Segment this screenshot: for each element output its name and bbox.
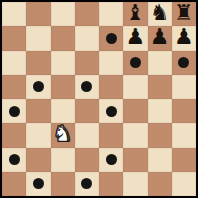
square-c3[interactable]: ♞ — [51, 123, 75, 147]
square-h8[interactable]: ♜ — [172, 2, 196, 26]
move-dot-e4[interactable] — [106, 106, 117, 117]
square-d3[interactable] — [75, 123, 99, 147]
square-d1[interactable] — [75, 172, 99, 196]
square-e1[interactable] — [99, 172, 123, 196]
move-dot-a2[interactable] — [9, 154, 20, 165]
square-g7[interactable]: ♟ — [148, 26, 172, 50]
square-c8[interactable] — [51, 2, 75, 26]
square-d4[interactable] — [75, 99, 99, 123]
square-d8[interactable] — [75, 2, 99, 26]
square-c5[interactable] — [51, 75, 75, 99]
square-b3[interactable] — [26, 123, 50, 147]
square-h1[interactable] — [172, 172, 196, 196]
square-d5[interactable] — [75, 75, 99, 99]
square-f4[interactable] — [123, 99, 147, 123]
square-e3[interactable] — [99, 123, 123, 147]
square-b4[interactable] — [26, 99, 50, 123]
square-b7[interactable] — [26, 26, 50, 50]
black-knight-piece[interactable]: ♞ — [150, 2, 170, 24]
square-d2[interactable] — [75, 148, 99, 172]
square-h4[interactable] — [172, 99, 196, 123]
square-b6[interactable] — [26, 51, 50, 75]
square-a3[interactable] — [2, 123, 26, 147]
black-bishop-piece[interactable]: ♝ — [126, 2, 146, 24]
square-e4[interactable] — [99, 99, 123, 123]
square-g1[interactable] — [148, 172, 172, 196]
square-h7[interactable]: ♟ — [172, 26, 196, 50]
square-a1[interactable] — [2, 172, 26, 196]
square-e2[interactable] — [99, 148, 123, 172]
black-rook-piece[interactable]: ♜ — [174, 2, 194, 24]
square-c4[interactable] — [51, 99, 75, 123]
move-dot-h6[interactable] — [178, 57, 189, 68]
square-a6[interactable] — [2, 51, 26, 75]
square-b8[interactable] — [26, 2, 50, 26]
square-a7[interactable] — [2, 26, 26, 50]
square-g4[interactable] — [148, 99, 172, 123]
square-f6[interactable] — [123, 51, 147, 75]
move-dot-b5[interactable] — [33, 81, 44, 92]
black-pawn-piece[interactable]: ♟ — [150, 26, 170, 48]
move-dot-f6[interactable] — [130, 57, 141, 68]
move-dot-e2[interactable] — [106, 154, 117, 165]
chess-board: ♝♞♜♟♟♟♞ — [0, 0, 198, 198]
move-dot-e7[interactable] — [106, 33, 117, 44]
square-a5[interactable] — [2, 75, 26, 99]
move-dot-d1[interactable] — [81, 178, 92, 189]
move-dot-a4[interactable] — [9, 106, 20, 117]
move-dot-d5[interactable] — [81, 81, 92, 92]
square-a8[interactable] — [2, 2, 26, 26]
square-b2[interactable] — [26, 148, 50, 172]
square-h3[interactable] — [172, 123, 196, 147]
square-c1[interactable] — [51, 172, 75, 196]
move-dot-b1[interactable] — [33, 178, 44, 189]
square-g6[interactable] — [148, 51, 172, 75]
white-knight-piece[interactable]: ♞ — [53, 123, 73, 145]
square-b1[interactable] — [26, 172, 50, 196]
square-e8[interactable] — [99, 2, 123, 26]
square-h2[interactable] — [172, 148, 196, 172]
square-f5[interactable] — [123, 75, 147, 99]
square-c6[interactable] — [51, 51, 75, 75]
chess-board-container: ♝♞♜♟♟♟♞ — [0, 0, 198, 198]
square-b5[interactable] — [26, 75, 50, 99]
square-f8[interactable]: ♝ — [123, 2, 147, 26]
square-d6[interactable] — [75, 51, 99, 75]
square-h6[interactable] — [172, 51, 196, 75]
square-f3[interactable] — [123, 123, 147, 147]
square-h5[interactable] — [172, 75, 196, 99]
square-e6[interactable] — [99, 51, 123, 75]
square-e7[interactable] — [99, 26, 123, 50]
square-g8[interactable]: ♞ — [148, 2, 172, 26]
square-e5[interactable] — [99, 75, 123, 99]
black-pawn-piece[interactable]: ♟ — [174, 26, 194, 48]
square-f1[interactable] — [123, 172, 147, 196]
square-f2[interactable] — [123, 148, 147, 172]
square-g5[interactable] — [148, 75, 172, 99]
square-g2[interactable] — [148, 148, 172, 172]
square-g3[interactable] — [148, 123, 172, 147]
square-a4[interactable] — [2, 99, 26, 123]
square-a2[interactable] — [2, 148, 26, 172]
black-pawn-piece[interactable]: ♟ — [126, 26, 146, 48]
square-f7[interactable]: ♟ — [123, 26, 147, 50]
square-c7[interactable] — [51, 26, 75, 50]
square-c2[interactable] — [51, 148, 75, 172]
square-d7[interactable] — [75, 26, 99, 50]
